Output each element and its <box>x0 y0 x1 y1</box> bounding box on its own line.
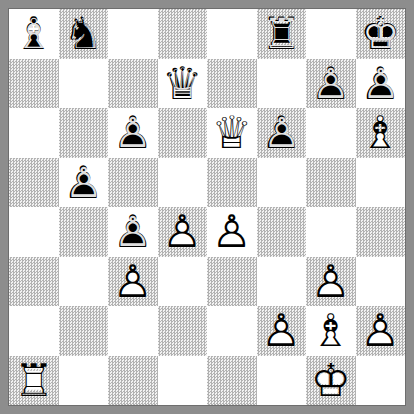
square-e2[interactable] <box>207 306 257 356</box>
white-bishop-fill: ♝ <box>356 108 406 158</box>
square-d8[interactable] <box>158 9 208 59</box>
square-a4[interactable] <box>9 207 59 257</box>
piece-white-pawn: ♟♙ <box>356 306 406 356</box>
square-f8[interactable]: ♜♖ <box>257 9 307 59</box>
piece-black-king: ♚♔ <box>356 9 406 59</box>
square-g7[interactable]: ♟♙ <box>306 59 356 109</box>
white-king-outline: ♔ <box>306 356 356 406</box>
piece-black-knight: ♞♘ <box>59 9 109 59</box>
white-pawn-outline: ♙ <box>207 207 257 257</box>
piece-white-pawn: ♟♙ <box>257 306 307 356</box>
black-king-body: ♚ <box>356 9 406 59</box>
square-c4[interactable]: ♟♙ <box>108 207 158 257</box>
square-e1[interactable] <box>207 356 257 406</box>
square-c2[interactable] <box>108 306 158 356</box>
black-pawn-detail: ♙ <box>258 110 304 156</box>
black-pawn-detail: ♙ <box>308 60 354 106</box>
square-e8[interactable] <box>207 9 257 59</box>
square-e7[interactable] <box>207 59 257 109</box>
piece-white-pawn: ♟♙ <box>207 207 257 257</box>
black-queen-body: ♛ <box>158 59 208 109</box>
square-b5[interactable]: ♟♙ <box>59 158 109 208</box>
square-h2[interactable]: ♟♙ <box>356 306 406 356</box>
piece-black-pawn: ♟♙ <box>108 207 158 257</box>
piece-white-pawn: ♟♙ <box>306 257 356 307</box>
square-h8[interactable]: ♚♔ <box>356 9 406 59</box>
white-bishop-outline: ♗ <box>356 108 406 158</box>
white-bishop-fill: ♝ <box>306 306 356 356</box>
white-queen-outline: ♕ <box>207 108 257 158</box>
square-b3[interactable] <box>59 257 109 307</box>
square-h4[interactable] <box>356 207 406 257</box>
square-b4[interactable] <box>59 207 109 257</box>
black-knight-detail: ♘ <box>60 11 106 57</box>
square-h1[interactable] <box>356 356 406 406</box>
piece-black-bishop: ♝♗ <box>9 9 59 59</box>
square-a2[interactable] <box>9 306 59 356</box>
square-f2[interactable]: ♟♙ <box>257 306 307 356</box>
white-pawn-outline: ♙ <box>257 306 307 356</box>
black-king-detail: ♔ <box>357 11 403 57</box>
black-pawn-body: ♟ <box>306 59 356 109</box>
square-f7[interactable] <box>257 59 307 109</box>
square-e3[interactable] <box>207 257 257 307</box>
black-pawn-body: ♟ <box>108 207 158 257</box>
chess-board: ♝♗♞♘♜♖♚♔♛♕♟♙♟♙♟♙♛♕♟♙♝♗♟♙♟♙♟♙♟♙♟♙♟♙♟♙♝♗♟♙… <box>9 9 405 405</box>
square-a5[interactable] <box>9 158 59 208</box>
square-e5[interactable] <box>207 158 257 208</box>
square-f6[interactable]: ♟♙ <box>257 108 307 158</box>
square-h5[interactable] <box>356 158 406 208</box>
square-b6[interactable] <box>59 108 109 158</box>
square-b7[interactable] <box>59 59 109 109</box>
piece-white-king: ♚♔ <box>306 356 356 406</box>
square-a7[interactable] <box>9 59 59 109</box>
piece-black-pawn: ♟♙ <box>306 59 356 109</box>
piece-white-queen: ♛♕ <box>207 108 257 158</box>
square-b1[interactable] <box>59 356 109 406</box>
square-c1[interactable] <box>108 356 158 406</box>
square-g8[interactable] <box>306 9 356 59</box>
black-bishop-detail: ♗ <box>11 11 57 57</box>
square-b2[interactable] <box>59 306 109 356</box>
black-queen-detail: ♕ <box>159 60 205 106</box>
white-pawn-outline: ♙ <box>108 257 158 307</box>
white-bishop-outline: ♗ <box>306 306 356 356</box>
square-d3[interactable] <box>158 257 208 307</box>
square-g1[interactable]: ♚♔ <box>306 356 356 406</box>
square-c8[interactable] <box>108 9 158 59</box>
square-d2[interactable] <box>158 306 208 356</box>
white-pawn-fill: ♟ <box>108 257 158 307</box>
square-c5[interactable] <box>108 158 158 208</box>
piece-black-pawn: ♟♙ <box>59 158 109 208</box>
black-pawn-detail: ♙ <box>110 110 156 156</box>
square-g4[interactable] <box>306 207 356 257</box>
black-pawn-body: ♟ <box>257 108 307 158</box>
piece-black-rook: ♜♖ <box>257 9 307 59</box>
square-f4[interactable] <box>257 207 307 257</box>
square-e6[interactable]: ♛♕ <box>207 108 257 158</box>
black-knight-body: ♞ <box>59 9 109 59</box>
white-rook-outline: ♖ <box>9 356 59 406</box>
white-pawn-fill: ♟ <box>207 207 257 257</box>
white-king-fill: ♚ <box>306 356 356 406</box>
square-g6[interactable] <box>306 108 356 158</box>
square-h7[interactable]: ♟♙ <box>356 59 406 109</box>
piece-white-rook: ♜♖ <box>9 356 59 406</box>
white-pawn-fill: ♟ <box>158 207 208 257</box>
square-d7[interactable]: ♛♕ <box>158 59 208 109</box>
white-pawn-outline: ♙ <box>158 207 208 257</box>
square-d4[interactable]: ♟♙ <box>158 207 208 257</box>
white-pawn-fill: ♟ <box>306 257 356 307</box>
square-e4[interactable]: ♟♙ <box>207 207 257 257</box>
square-f5[interactable] <box>257 158 307 208</box>
black-pawn-detail: ♙ <box>110 209 156 255</box>
square-h3[interactable] <box>356 257 406 307</box>
square-g5[interactable] <box>306 158 356 208</box>
piece-black-pawn: ♟♙ <box>108 108 158 158</box>
piece-black-pawn: ♟♙ <box>257 108 307 158</box>
square-g3[interactable]: ♟♙ <box>306 257 356 307</box>
piece-white-bishop: ♝♗ <box>356 108 406 158</box>
square-c6[interactable]: ♟♙ <box>108 108 158 158</box>
white-pawn-fill: ♟ <box>257 306 307 356</box>
piece-white-bishop: ♝♗ <box>306 306 356 356</box>
piece-white-pawn: ♟♙ <box>158 207 208 257</box>
square-f1[interactable] <box>257 356 307 406</box>
black-pawn-body: ♟ <box>108 108 158 158</box>
square-a1[interactable]: ♜♖ <box>9 356 59 406</box>
white-pawn-outline: ♙ <box>306 257 356 307</box>
white-pawn-fill: ♟ <box>356 306 406 356</box>
square-a3[interactable] <box>9 257 59 307</box>
black-pawn-body: ♟ <box>356 59 406 109</box>
square-h6[interactable]: ♝♗ <box>356 108 406 158</box>
square-f3[interactable] <box>257 257 307 307</box>
white-rook-fill: ♜ <box>9 356 59 406</box>
square-c7[interactable] <box>108 59 158 109</box>
square-g2[interactable]: ♝♗ <box>306 306 356 356</box>
piece-white-pawn: ♟♙ <box>108 257 158 307</box>
white-queen-fill: ♛ <box>207 108 257 158</box>
square-d6[interactable] <box>158 108 208 158</box>
square-d1[interactable] <box>158 356 208 406</box>
black-bishop-body: ♝ <box>9 9 59 59</box>
square-d5[interactable] <box>158 158 208 208</box>
square-c3[interactable]: ♟♙ <box>108 257 158 307</box>
square-a6[interactable] <box>9 108 59 158</box>
black-pawn-detail: ♙ <box>357 60 403 106</box>
piece-black-pawn: ♟♙ <box>356 59 406 109</box>
black-pawn-detail: ♙ <box>60 159 106 205</box>
white-pawn-outline: ♙ <box>356 306 406 356</box>
black-rook-body: ♜ <box>257 9 307 59</box>
black-rook-detail: ♖ <box>258 11 304 57</box>
square-b8[interactable]: ♞♘ <box>59 9 109 59</box>
square-a8[interactable]: ♝♗ <box>9 9 59 59</box>
piece-black-queen: ♛♕ <box>158 59 208 109</box>
black-pawn-body: ♟ <box>59 158 109 208</box>
board-frame: ♝♗♞♘♜♖♚♔♛♕♟♙♟♙♟♙♛♕♟♙♝♗♟♙♟♙♟♙♟♙♟♙♟♙♟♙♝♗♟♙… <box>0 0 414 414</box>
